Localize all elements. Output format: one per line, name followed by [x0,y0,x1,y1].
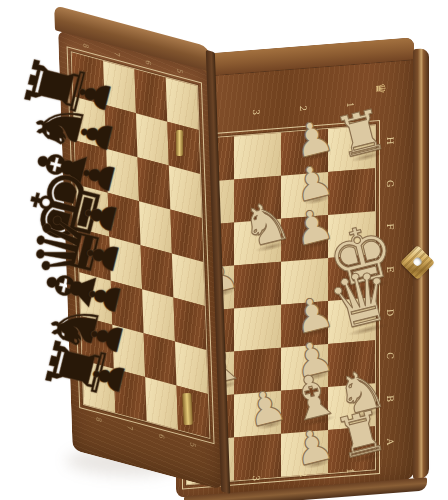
square-d3 [234,305,281,352]
square-h2 [281,129,328,176]
square-d1 [328,297,375,344]
square-a8 [83,360,116,412]
square-a3 [234,434,281,481]
square-b1 [328,383,375,430]
square-a6 [145,377,178,429]
square-a1 [328,426,375,473]
coord-vbot-5: 5 [187,441,196,448]
coord-file-C: C [385,352,394,360]
coord-vbot-6: 6 [156,433,165,440]
square-g2 [281,172,328,219]
product-photo-chess-set: ♛ 43214321HGFEDCBA ♜♞♛♚♜♟♝♟♟♟♟♟♟♞♝♟ 8765… [0,0,448,500]
coord-vbot-7: 7 [125,424,134,431]
square-b2 [281,387,328,434]
square-a2 [281,430,328,477]
coord-near-2: 2 [298,471,307,477]
coord-vtop-8: 8 [80,42,89,49]
square-c2 [281,344,328,391]
square-h1 [328,125,375,172]
brass-hinge-top [176,130,183,156]
coord-vtop-7: 7 [111,51,120,58]
square-e1 [328,254,375,301]
square-d2 [281,301,328,348]
square-f3 [234,219,281,266]
coord-near-1: 1 [345,468,354,474]
square-f2 [281,215,328,262]
square-g1 [328,168,375,215]
square-a7 [114,369,147,421]
coord-file-F: F [385,223,394,230]
square-f1 [328,211,375,258]
brass-hinge-bottom [182,393,193,425]
square-g3 [234,176,281,223]
coord-vtop-6: 6 [143,59,152,66]
square-h3 [234,133,281,180]
coord-far-1: 1 [345,102,354,108]
coord-far-3: 3 [251,109,260,115]
coord-far-2: 2 [298,105,307,111]
coord-near-3: 3 [251,475,260,481]
coord-file-H: H [385,136,394,145]
crown-stamp-logo: ♛ [374,82,387,95]
coord-vtop-5: 5 [174,67,183,74]
coord-vbot-8: 8 [93,416,102,423]
coord-file-E: E [385,266,394,273]
square-b3 [234,391,281,438]
vertical-board-half-frame: 87658765 [58,30,222,490]
square-e2 [281,258,328,305]
vertical-board-playing-surface [71,51,211,439]
coord-file-B: B [385,395,394,402]
square-c1 [328,340,375,387]
coord-file-A: A [385,438,394,445]
square-e3 [234,262,281,309]
coord-file-D: D [385,309,394,317]
coord-file-G: G [385,180,394,188]
square-c3 [234,348,281,395]
